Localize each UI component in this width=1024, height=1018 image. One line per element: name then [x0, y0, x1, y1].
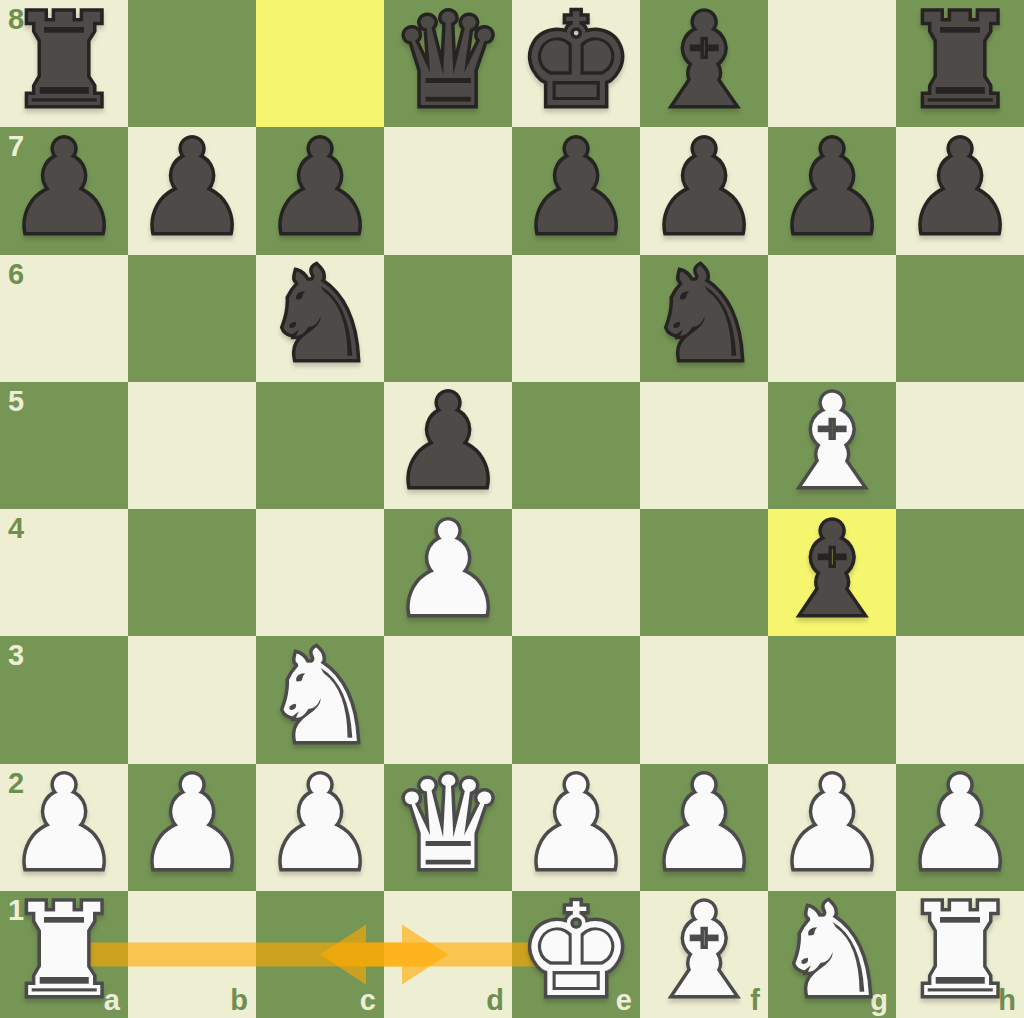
- piece-white-knight[interactable]: ♞: [775, 887, 890, 1015]
- piece-black-rook[interactable]: ♜: [7, 0, 122, 125]
- piece-black-pawn[interactable]: ♟: [391, 378, 506, 506]
- square-e2[interactable]: ♟: [512, 764, 640, 891]
- piece-white-king[interactable]: ♚: [519, 887, 634, 1015]
- square-g1[interactable]: g♞: [768, 891, 896, 1018]
- square-a5[interactable]: 5: [0, 382, 128, 509]
- piece-white-bishop[interactable]: ♝: [775, 378, 890, 506]
- piece-black-bishop[interactable]: ♝: [647, 0, 762, 125]
- square-d4[interactable]: ♟: [384, 509, 512, 636]
- square-e1[interactable]: e♚: [512, 891, 640, 1018]
- square-e6[interactable]: [512, 255, 640, 382]
- square-f7[interactable]: ♟: [640, 127, 768, 254]
- square-a2[interactable]: 2♟: [0, 764, 128, 891]
- square-b1[interactable]: b: [128, 891, 256, 1018]
- piece-black-pawn[interactable]: ♟: [775, 124, 890, 252]
- square-a8[interactable]: 8♜: [0, 0, 128, 127]
- chess-board: 8♜♛♚♝♜7♟♟♟♟♟♟♟6♞♞5♟♝4♟♝3♞2♟♟♟♛♟♟♟♟1a♜bcd…: [0, 0, 1024, 1018]
- square-e4[interactable]: [512, 509, 640, 636]
- square-b4[interactable]: [128, 509, 256, 636]
- piece-white-pawn[interactable]: ♟: [263, 760, 378, 888]
- square-h8[interactable]: ♜: [896, 0, 1024, 127]
- square-f8[interactable]: ♝: [640, 0, 768, 127]
- piece-black-rook[interactable]: ♜: [903, 0, 1018, 125]
- square-c5[interactable]: [256, 382, 384, 509]
- square-b8[interactable]: [128, 0, 256, 127]
- piece-white-bishop[interactable]: ♝: [647, 887, 762, 1015]
- square-g5[interactable]: ♝: [768, 382, 896, 509]
- square-f3[interactable]: [640, 636, 768, 763]
- rank-label-4: 4: [8, 514, 24, 543]
- piece-black-pawn[interactable]: ♟: [519, 124, 634, 252]
- square-e5[interactable]: [512, 382, 640, 509]
- piece-black-knight[interactable]: ♞: [647, 251, 762, 379]
- piece-black-pawn[interactable]: ♟: [263, 124, 378, 252]
- piece-white-queen[interactable]: ♛: [391, 760, 506, 888]
- square-f1[interactable]: f♝: [640, 891, 768, 1018]
- square-d1[interactable]: d: [384, 891, 512, 1018]
- square-a3[interactable]: 3: [0, 636, 128, 763]
- square-d7[interactable]: [384, 127, 512, 254]
- square-a4[interactable]: 4: [0, 509, 128, 636]
- file-label-b: b: [230, 986, 248, 1015]
- square-f5[interactable]: [640, 382, 768, 509]
- square-c8[interactable]: [256, 0, 384, 127]
- piece-black-pawn[interactable]: ♟: [903, 124, 1018, 252]
- file-label-c: c: [360, 986, 376, 1015]
- square-e8[interactable]: ♚: [512, 0, 640, 127]
- piece-black-pawn[interactable]: ♟: [135, 124, 250, 252]
- square-h7[interactable]: ♟: [896, 127, 1024, 254]
- square-b7[interactable]: ♟: [128, 127, 256, 254]
- piece-white-pawn[interactable]: ♟: [775, 760, 890, 888]
- square-d2[interactable]: ♛: [384, 764, 512, 891]
- piece-white-pawn[interactable]: ♟: [7, 760, 122, 888]
- piece-black-bishop[interactable]: ♝: [775, 506, 890, 634]
- square-g4[interactable]: ♝: [768, 509, 896, 636]
- piece-white-pawn[interactable]: ♟: [135, 760, 250, 888]
- square-b2[interactable]: ♟: [128, 764, 256, 891]
- square-g7[interactable]: ♟: [768, 127, 896, 254]
- square-g2[interactable]: ♟: [768, 764, 896, 891]
- square-d6[interactable]: [384, 255, 512, 382]
- square-b3[interactable]: [128, 636, 256, 763]
- rank-label-5: 5: [8, 387, 24, 416]
- square-g8[interactable]: [768, 0, 896, 127]
- square-c1[interactable]: c: [256, 891, 384, 1018]
- piece-black-pawn[interactable]: ♟: [647, 124, 762, 252]
- rank-label-3: 3: [8, 641, 24, 670]
- piece-white-pawn[interactable]: ♟: [519, 760, 634, 888]
- square-c3[interactable]: ♞: [256, 636, 384, 763]
- square-c7[interactable]: ♟: [256, 127, 384, 254]
- square-g6[interactable]: [768, 255, 896, 382]
- piece-white-pawn[interactable]: ♟: [903, 760, 1018, 888]
- square-h6[interactable]: [896, 255, 1024, 382]
- square-h2[interactable]: ♟: [896, 764, 1024, 891]
- piece-black-pawn[interactable]: ♟: [7, 124, 122, 252]
- square-g3[interactable]: [768, 636, 896, 763]
- piece-black-queen[interactable]: ♛: [391, 0, 506, 125]
- square-d8[interactable]: ♛: [384, 0, 512, 127]
- rank-label-6: 6: [8, 260, 24, 289]
- chess-board-wrap: 8♜♛♚♝♜7♟♟♟♟♟♟♟6♞♞5♟♝4♟♝3♞2♟♟♟♛♟♟♟♟1a♜bcd…: [0, 0, 1024, 1018]
- square-h1[interactable]: h♜: [896, 891, 1024, 1018]
- square-f2[interactable]: ♟: [640, 764, 768, 891]
- square-d5[interactable]: ♟: [384, 382, 512, 509]
- piece-white-rook[interactable]: ♜: [903, 887, 1018, 1015]
- square-c4[interactable]: [256, 509, 384, 636]
- square-b6[interactable]: [128, 255, 256, 382]
- square-c6[interactable]: ♞: [256, 255, 384, 382]
- piece-white-pawn[interactable]: ♟: [647, 760, 762, 888]
- square-a6[interactable]: 6: [0, 255, 128, 382]
- square-f4[interactable]: [640, 509, 768, 636]
- square-h4[interactable]: [896, 509, 1024, 636]
- square-h5[interactable]: [896, 382, 1024, 509]
- square-d3[interactable]: [384, 636, 512, 763]
- file-label-d: d: [486, 986, 504, 1015]
- square-a7[interactable]: 7♟: [0, 127, 128, 254]
- piece-black-knight[interactable]: ♞: [263, 251, 378, 379]
- square-a1[interactable]: 1a♜: [0, 891, 128, 1018]
- square-f6[interactable]: ♞: [640, 255, 768, 382]
- square-h3[interactable]: [896, 636, 1024, 763]
- square-e3[interactable]: [512, 636, 640, 763]
- piece-white-rook[interactable]: ♜: [7, 887, 122, 1015]
- square-c2[interactable]: ♟: [256, 764, 384, 891]
- piece-black-king[interactable]: ♚: [519, 0, 634, 125]
- square-e7[interactable]: ♟: [512, 127, 640, 254]
- piece-white-knight[interactable]: ♞: [263, 633, 378, 761]
- square-b5[interactable]: [128, 382, 256, 509]
- piece-white-pawn[interactable]: ♟: [391, 506, 506, 634]
